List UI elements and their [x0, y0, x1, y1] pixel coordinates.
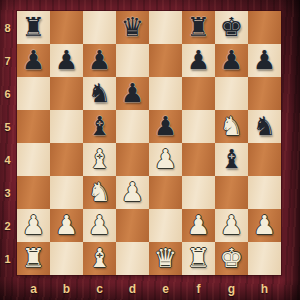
square-e4[interactable]: ♟: [149, 143, 182, 176]
square-g2[interactable]: ♟: [215, 209, 248, 242]
rank-label-4: 4: [0, 143, 15, 176]
file-label-f: f: [182, 279, 215, 299]
square-h1[interactable]: [248, 242, 281, 275]
white-rook-f1[interactable]: ♜: [182, 242, 215, 275]
square-b3[interactable]: [50, 176, 83, 209]
square-e1[interactable]: ♛: [149, 242, 182, 275]
square-h6[interactable]: [248, 77, 281, 110]
square-g8[interactable]: ♚: [215, 11, 248, 44]
black-pawn-d6[interactable]: ♟: [116, 77, 149, 110]
square-h4[interactable]: [248, 143, 281, 176]
square-g3[interactable]: [215, 176, 248, 209]
black-rook-a8[interactable]: ♜: [17, 11, 50, 44]
square-b6[interactable]: [50, 77, 83, 110]
white-pawn-a2[interactable]: ♟: [17, 209, 50, 242]
square-b4[interactable]: [50, 143, 83, 176]
white-pawn-g2[interactable]: ♟: [215, 209, 248, 242]
white-pawn-c2[interactable]: ♟: [83, 209, 116, 242]
black-bishop-g4[interactable]: ♝: [215, 143, 248, 176]
square-e6[interactable]: [149, 77, 182, 110]
black-knight-c6[interactable]: ♞: [83, 77, 116, 110]
white-knight-g5[interactable]: ♞: [215, 110, 248, 143]
white-rook-a1[interactable]: ♜: [17, 242, 50, 275]
square-d1[interactable]: [116, 242, 149, 275]
black-knight-h5[interactable]: ♞: [248, 110, 281, 143]
square-h3[interactable]: [248, 176, 281, 209]
square-h5[interactable]: ♞: [248, 110, 281, 143]
square-e7[interactable]: [149, 44, 182, 77]
square-a3[interactable]: [17, 176, 50, 209]
black-king-g8[interactable]: ♚: [215, 11, 248, 44]
square-b7[interactable]: ♟: [50, 44, 83, 77]
square-h8[interactable]: [248, 11, 281, 44]
square-f6[interactable]: [182, 77, 215, 110]
square-h2[interactable]: ♟: [248, 209, 281, 242]
black-pawn-c7[interactable]: ♟: [83, 44, 116, 77]
rank-label-5: 5: [0, 110, 15, 143]
square-c5[interactable]: ♝: [83, 110, 116, 143]
square-e2[interactable]: [149, 209, 182, 242]
black-pawn-f7[interactable]: ♟: [182, 44, 215, 77]
file-label-a: a: [17, 279, 50, 299]
black-pawn-g7[interactable]: ♟: [215, 44, 248, 77]
square-a2[interactable]: ♟: [17, 209, 50, 242]
white-bishop-c4[interactable]: ♝: [83, 143, 116, 176]
black-pawn-b7[interactable]: ♟: [50, 44, 83, 77]
black-bishop-c5[interactable]: ♝: [83, 110, 116, 143]
rank-label-6: 6: [0, 77, 15, 110]
file-label-c: c: [83, 279, 116, 299]
square-g7[interactable]: ♟: [215, 44, 248, 77]
square-h7[interactable]: ♟: [248, 44, 281, 77]
square-g4[interactable]: ♝: [215, 143, 248, 176]
square-a5[interactable]: [17, 110, 50, 143]
file-label-g: g: [215, 279, 248, 299]
file-label-d: d: [116, 279, 149, 299]
file-label-e: e: [149, 279, 182, 299]
black-queen-d8[interactable]: ♛: [116, 11, 149, 44]
black-pawn-a7[interactable]: ♟: [17, 44, 50, 77]
square-f8[interactable]: ♜: [182, 11, 215, 44]
board-frame: 87654321 ♜♛♜♚♟♟♟♟♟♟♞♟♝♟♞♞♝♟♝♞♟♟♟♟♟♟♟♜♝♛♜…: [0, 0, 300, 300]
square-f3[interactable]: [182, 176, 215, 209]
square-c7[interactable]: ♟: [83, 44, 116, 77]
file-label-b: b: [50, 279, 83, 299]
square-c4[interactable]: ♝: [83, 143, 116, 176]
square-d2[interactable]: [116, 209, 149, 242]
chess-board[interactable]: ♜♛♜♚♟♟♟♟♟♟♞♟♝♟♞♞♝♟♝♞♟♟♟♟♟♟♟♜♝♛♜♚: [17, 11, 281, 275]
rank-label-7: 7: [0, 44, 15, 77]
square-d4[interactable]: [116, 143, 149, 176]
square-c6[interactable]: ♞: [83, 77, 116, 110]
file-labels: abcdefgh: [17, 279, 281, 299]
square-c1[interactable]: ♝: [83, 242, 116, 275]
square-b2[interactable]: ♟: [50, 209, 83, 242]
white-knight-c3[interactable]: ♞: [83, 176, 116, 209]
white-pawn-e4[interactable]: ♟: [149, 143, 182, 176]
rank-label-1: 1: [0, 242, 15, 275]
rank-label-8: 8: [0, 11, 15, 44]
square-a7[interactable]: ♟: [17, 44, 50, 77]
square-g5[interactable]: ♞: [215, 110, 248, 143]
square-c8[interactable]: [83, 11, 116, 44]
white-bishop-c1[interactable]: ♝: [83, 242, 116, 275]
square-f7[interactable]: ♟: [182, 44, 215, 77]
square-f5[interactable]: [182, 110, 215, 143]
square-b5[interactable]: [50, 110, 83, 143]
white-pawn-f2[interactable]: ♟: [182, 209, 215, 242]
square-b1[interactable]: [50, 242, 83, 275]
square-d3[interactable]: ♟: [116, 176, 149, 209]
black-pawn-h7[interactable]: ♟: [248, 44, 281, 77]
square-d5[interactable]: [116, 110, 149, 143]
square-d6[interactable]: ♟: [116, 77, 149, 110]
square-c2[interactable]: ♟: [83, 209, 116, 242]
square-a6[interactable]: [17, 77, 50, 110]
white-queen-e1[interactable]: ♛: [149, 242, 182, 275]
black-rook-f8[interactable]: ♜: [182, 11, 215, 44]
square-a1[interactable]: ♜: [17, 242, 50, 275]
rank-label-2: 2: [0, 209, 15, 242]
square-d8[interactable]: ♛: [116, 11, 149, 44]
black-pawn-e5[interactable]: ♟: [149, 110, 182, 143]
square-d7[interactable]: [116, 44, 149, 77]
square-a4[interactable]: [17, 143, 50, 176]
square-f4[interactable]: [182, 143, 215, 176]
square-c3[interactable]: ♞: [83, 176, 116, 209]
rank-label-3: 3: [0, 176, 15, 209]
square-f1[interactable]: ♜: [182, 242, 215, 275]
square-e3[interactable]: [149, 176, 182, 209]
square-e5[interactable]: ♟: [149, 110, 182, 143]
white-pawn-h2[interactable]: ♟: [248, 209, 281, 242]
white-king-g1[interactable]: ♚: [215, 242, 248, 275]
white-pawn-d3[interactable]: ♟: [116, 176, 149, 209]
square-g1[interactable]: ♚: [215, 242, 248, 275]
square-a8[interactable]: ♜: [17, 11, 50, 44]
square-f2[interactable]: ♟: [182, 209, 215, 242]
white-pawn-b2[interactable]: ♟: [50, 209, 83, 242]
file-label-h: h: [248, 279, 281, 299]
square-b8[interactable]: [50, 11, 83, 44]
rank-labels: 87654321: [0, 11, 15, 275]
square-g6[interactable]: [215, 77, 248, 110]
square-e8[interactable]: [149, 11, 182, 44]
